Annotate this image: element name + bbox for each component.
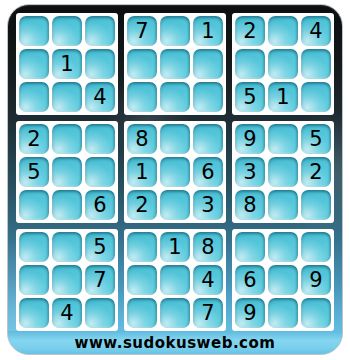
cell-r3c2[interactable] xyxy=(52,82,82,112)
cell-r5c7[interactable]: 3 xyxy=(235,157,265,187)
cell-r9c4[interactable] xyxy=(127,298,157,328)
cell-value: 9 xyxy=(243,303,256,324)
cell-r4c3[interactable] xyxy=(85,124,115,154)
cell-value: 1 xyxy=(276,87,289,108)
cell-r6c2[interactable] xyxy=(52,190,82,220)
cell-r3c4[interactable] xyxy=(127,82,157,112)
cell-value: 2 xyxy=(135,195,148,216)
cell-r4c6[interactable] xyxy=(193,124,223,154)
cell-r8c9[interactable]: 9 xyxy=(301,265,331,295)
cell-r9c7[interactable]: 9 xyxy=(235,298,265,328)
cell-value: 7 xyxy=(201,303,214,324)
cell-value: 1 xyxy=(60,54,73,75)
cell-r9c8[interactable] xyxy=(268,298,298,328)
cell-value: 2 xyxy=(309,162,322,183)
box-1-3: 2451 xyxy=(232,13,334,115)
cell-r5c2[interactable] xyxy=(52,157,82,187)
box-2-3: 95328 xyxy=(232,121,334,223)
cell-r1c8[interactable] xyxy=(268,16,298,46)
cell-value: 1 xyxy=(168,237,181,258)
cell-r7c8[interactable] xyxy=(268,232,298,262)
cell-value: 8 xyxy=(201,237,214,258)
cell-value: 2 xyxy=(27,129,40,150)
cell-r5c3[interactable] xyxy=(85,157,115,187)
cell-r8c2[interactable] xyxy=(52,265,82,295)
cell-r1c9[interactable]: 4 xyxy=(301,16,331,46)
cell-r2c9[interactable] xyxy=(301,49,331,79)
cell-value: 2 xyxy=(243,21,256,42)
cell-r7c4[interactable] xyxy=(127,232,157,262)
cell-value: 9 xyxy=(309,270,322,291)
cell-value: 6 xyxy=(243,270,256,291)
cell-r3c5[interactable] xyxy=(160,82,190,112)
cell-r5c4[interactable]: 1 xyxy=(127,157,157,187)
cell-r2c8[interactable] xyxy=(268,49,298,79)
cell-r8c7[interactable]: 6 xyxy=(235,265,265,295)
cell-r8c1[interactable] xyxy=(19,265,49,295)
box-1-2: 71 xyxy=(124,13,226,115)
cell-r5c5[interactable] xyxy=(160,157,190,187)
cell-r7c9[interactable] xyxy=(301,232,331,262)
cell-r1c5[interactable] xyxy=(160,16,190,46)
cell-value: 5 xyxy=(309,129,322,150)
cell-r8c5[interactable] xyxy=(160,265,190,295)
cell-r2c2[interactable]: 1 xyxy=(52,49,82,79)
cell-value: 5 xyxy=(243,87,256,108)
cell-r8c8[interactable] xyxy=(268,265,298,295)
cell-r6c9[interactable] xyxy=(301,190,331,220)
cell-r3c3[interactable]: 4 xyxy=(85,82,115,112)
box-1-1: 14 xyxy=(16,13,118,115)
cell-r6c4[interactable]: 2 xyxy=(127,190,157,220)
cell-r5c8[interactable] xyxy=(268,157,298,187)
box-3-2: 1847 xyxy=(124,229,226,331)
cell-r3c8[interactable]: 1 xyxy=(268,82,298,112)
cell-r7c3[interactable]: 5 xyxy=(85,232,115,262)
cell-r2c5[interactable] xyxy=(160,49,190,79)
cell-r9c2[interactable]: 4 xyxy=(52,298,82,328)
cell-r3c7[interactable]: 5 xyxy=(235,82,265,112)
cell-r7c5[interactable]: 1 xyxy=(160,232,190,262)
cell-value: 3 xyxy=(243,162,256,183)
cell-r3c6[interactable] xyxy=(193,82,223,112)
cell-r1c4[interactable]: 7 xyxy=(127,16,157,46)
cell-r8c6[interactable]: 4 xyxy=(193,265,223,295)
cell-r9c1[interactable] xyxy=(19,298,49,328)
cell-value: 6 xyxy=(201,162,214,183)
cell-r7c6[interactable]: 8 xyxy=(193,232,223,262)
cell-r7c1[interactable] xyxy=(19,232,49,262)
cell-r7c2[interactable] xyxy=(52,232,82,262)
cell-r4c8[interactable] xyxy=(268,124,298,154)
cell-r2c1[interactable] xyxy=(19,49,49,79)
cell-r8c4[interactable] xyxy=(127,265,157,295)
cell-r4c9[interactable]: 5 xyxy=(301,124,331,154)
cell-r6c8[interactable] xyxy=(268,190,298,220)
cell-value: 1 xyxy=(135,162,148,183)
cell-value: 8 xyxy=(135,129,148,150)
cell-r4c5[interactable] xyxy=(160,124,190,154)
box-3-3: 699 xyxy=(232,229,334,331)
cell-value: 4 xyxy=(309,21,322,42)
cell-r2c6[interactable] xyxy=(193,49,223,79)
cell-r4c1[interactable]: 2 xyxy=(19,124,49,154)
cell-r6c3[interactable]: 6 xyxy=(85,190,115,220)
cell-value: 8 xyxy=(243,195,256,216)
cell-value: 3 xyxy=(201,195,214,216)
cell-r6c5[interactable] xyxy=(160,190,190,220)
cell-r1c6[interactable]: 1 xyxy=(193,16,223,46)
cell-r1c2[interactable] xyxy=(52,16,82,46)
cell-r4c4[interactable]: 8 xyxy=(127,124,157,154)
box-3-1: 574 xyxy=(16,229,118,331)
cell-r2c3[interactable] xyxy=(85,49,115,79)
cell-value: 1 xyxy=(201,21,214,42)
cell-r5c6[interactable]: 6 xyxy=(193,157,223,187)
cell-r7c7[interactable] xyxy=(235,232,265,262)
cell-r1c1[interactable] xyxy=(19,16,49,46)
cell-r8c3[interactable]: 7 xyxy=(85,265,115,295)
cell-value: 4 xyxy=(93,87,106,108)
site-url-link[interactable]: www.sudokusweb.com xyxy=(75,334,276,352)
cell-r4c2[interactable] xyxy=(52,124,82,154)
cell-r3c1[interactable] xyxy=(19,82,49,112)
cell-value: 4 xyxy=(60,303,73,324)
cell-r2c7[interactable] xyxy=(235,49,265,79)
cell-value: 9 xyxy=(243,129,256,150)
sudoku-board-frame: 1471245125681623953285741847699 www.sudo… xyxy=(7,4,343,355)
cell-r2c4[interactable] xyxy=(127,49,157,79)
box-2-1: 256 xyxy=(16,121,118,223)
cell-value: 7 xyxy=(93,270,106,291)
footer-bar: www.sudokusweb.com xyxy=(8,331,342,354)
cell-r6c6[interactable]: 3 xyxy=(193,190,223,220)
cell-r1c3[interactable] xyxy=(85,16,115,46)
cell-r9c3[interactable] xyxy=(85,298,115,328)
cell-r6c1[interactable] xyxy=(19,190,49,220)
box-2-2: 81623 xyxy=(124,121,226,223)
cell-value: 5 xyxy=(93,237,106,258)
cell-r4c7[interactable]: 9 xyxy=(235,124,265,154)
sudoku-grid: 1471245125681623953285741847699 xyxy=(16,13,334,331)
cell-r5c1[interactable]: 5 xyxy=(19,157,49,187)
cell-r6c7[interactable]: 8 xyxy=(235,190,265,220)
cell-value: 5 xyxy=(27,162,40,183)
cell-r9c6[interactable]: 7 xyxy=(193,298,223,328)
cell-r9c5[interactable] xyxy=(160,298,190,328)
cell-r9c9[interactable] xyxy=(301,298,331,328)
cell-value: 7 xyxy=(135,21,148,42)
cell-value: 4 xyxy=(201,270,214,291)
cell-value: 6 xyxy=(93,195,106,216)
cell-r1c7[interactable]: 2 xyxy=(235,16,265,46)
cell-r5c9[interactable]: 2 xyxy=(301,157,331,187)
cell-r3c9[interactable] xyxy=(301,82,331,112)
